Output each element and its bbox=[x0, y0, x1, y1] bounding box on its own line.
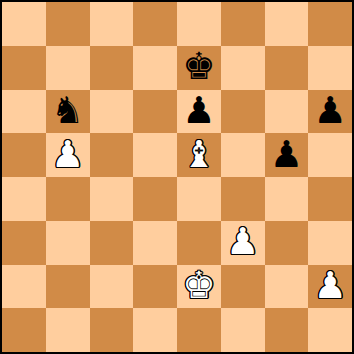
chess-board: ♚♞♟♟♟♝♟♟♚♟ bbox=[2, 2, 352, 352]
square-e1[interactable] bbox=[177, 308, 221, 352]
square-a6[interactable] bbox=[2, 90, 46, 134]
square-h2[interactable]: ♟ bbox=[308, 265, 352, 309]
square-f6[interactable] bbox=[221, 90, 265, 134]
square-c8[interactable] bbox=[90, 2, 134, 46]
square-g2[interactable] bbox=[265, 265, 309, 309]
square-f1[interactable] bbox=[221, 308, 265, 352]
black-pawn[interactable]: ♟ bbox=[314, 92, 347, 129]
square-d7[interactable] bbox=[133, 46, 177, 90]
square-g7[interactable] bbox=[265, 46, 309, 90]
square-d6[interactable] bbox=[133, 90, 177, 134]
square-b3[interactable] bbox=[46, 221, 90, 265]
square-c5[interactable] bbox=[90, 133, 134, 177]
square-h5[interactable] bbox=[308, 133, 352, 177]
white-pawn[interactable]: ♟ bbox=[226, 223, 259, 260]
square-e3[interactable] bbox=[177, 221, 221, 265]
square-h6[interactable]: ♟ bbox=[308, 90, 352, 134]
square-b8[interactable] bbox=[46, 2, 90, 46]
square-f8[interactable] bbox=[221, 2, 265, 46]
square-h1[interactable] bbox=[308, 308, 352, 352]
square-b6[interactable]: ♞ bbox=[46, 90, 90, 134]
square-c2[interactable] bbox=[90, 265, 134, 309]
white-pawn[interactable]: ♟ bbox=[314, 267, 347, 304]
square-c7[interactable] bbox=[90, 46, 134, 90]
square-h7[interactable] bbox=[308, 46, 352, 90]
black-knight[interactable]: ♞ bbox=[51, 92, 84, 129]
square-g1[interactable] bbox=[265, 308, 309, 352]
white-pawn[interactable]: ♟ bbox=[51, 136, 84, 173]
black-pawn[interactable]: ♟ bbox=[182, 92, 215, 129]
square-d1[interactable] bbox=[133, 308, 177, 352]
square-c3[interactable] bbox=[90, 221, 134, 265]
square-f4[interactable] bbox=[221, 177, 265, 221]
square-f3[interactable]: ♟ bbox=[221, 221, 265, 265]
square-a5[interactable] bbox=[2, 133, 46, 177]
square-e4[interactable] bbox=[177, 177, 221, 221]
chess-board-frame: ♚♞♟♟♟♝♟♟♚♟ bbox=[0, 0, 354, 354]
square-g6[interactable] bbox=[265, 90, 309, 134]
square-d5[interactable] bbox=[133, 133, 177, 177]
square-e5[interactable]: ♝ bbox=[177, 133, 221, 177]
square-d4[interactable] bbox=[133, 177, 177, 221]
square-e2[interactable]: ♚ bbox=[177, 265, 221, 309]
black-king[interactable]: ♚ bbox=[182, 48, 215, 85]
square-d8[interactable] bbox=[133, 2, 177, 46]
square-a2[interactable] bbox=[2, 265, 46, 309]
square-d2[interactable] bbox=[133, 265, 177, 309]
square-g8[interactable] bbox=[265, 2, 309, 46]
square-a7[interactable] bbox=[2, 46, 46, 90]
black-pawn[interactable]: ♟ bbox=[270, 136, 303, 173]
square-e6[interactable]: ♟ bbox=[177, 90, 221, 134]
square-b4[interactable] bbox=[46, 177, 90, 221]
square-b7[interactable] bbox=[46, 46, 90, 90]
square-f5[interactable] bbox=[221, 133, 265, 177]
square-c1[interactable] bbox=[90, 308, 134, 352]
square-a3[interactable] bbox=[2, 221, 46, 265]
square-g4[interactable] bbox=[265, 177, 309, 221]
square-d3[interactable] bbox=[133, 221, 177, 265]
square-h8[interactable] bbox=[308, 2, 352, 46]
square-c4[interactable] bbox=[90, 177, 134, 221]
white-king[interactable]: ♚ bbox=[182, 267, 215, 304]
square-b5[interactable]: ♟ bbox=[46, 133, 90, 177]
square-c6[interactable] bbox=[90, 90, 134, 134]
square-f7[interactable] bbox=[221, 46, 265, 90]
square-h3[interactable] bbox=[308, 221, 352, 265]
square-b2[interactable] bbox=[46, 265, 90, 309]
square-h4[interactable] bbox=[308, 177, 352, 221]
square-e7[interactable]: ♚ bbox=[177, 46, 221, 90]
square-b1[interactable] bbox=[46, 308, 90, 352]
square-a4[interactable] bbox=[2, 177, 46, 221]
square-a8[interactable] bbox=[2, 2, 46, 46]
square-f2[interactable] bbox=[221, 265, 265, 309]
square-g5[interactable]: ♟ bbox=[265, 133, 309, 177]
white-bishop[interactable]: ♝ bbox=[182, 136, 215, 173]
square-e8[interactable] bbox=[177, 2, 221, 46]
square-g3[interactable] bbox=[265, 221, 309, 265]
square-a1[interactable] bbox=[2, 308, 46, 352]
